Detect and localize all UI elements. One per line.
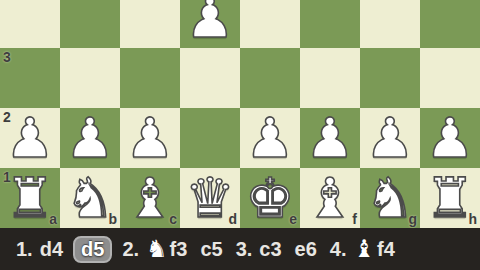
square-f4[interactable]	[300, 0, 360, 48]
move[interactable]: d4	[40, 238, 63, 261]
square-d3[interactable]	[180, 48, 240, 108]
square-h4[interactable]	[420, 0, 480, 48]
white-pawn[interactable]: ♟	[60, 108, 120, 168]
white-pawn[interactable]: ♟	[360, 108, 420, 168]
move-number: 1.	[16, 238, 33, 261]
file-label-a: a	[49, 212, 57, 226]
move-text: d5	[81, 238, 104, 261]
square-e1[interactable]: ♚e	[240, 168, 300, 228]
file-label-g: g	[408, 212, 417, 226]
square-h2[interactable]: ♟	[420, 108, 480, 168]
move-text: e6	[295, 238, 317, 261]
square-c2[interactable]: ♟	[120, 108, 180, 168]
move-number: 3.	[236, 238, 253, 261]
move-text: d4	[40, 238, 63, 261]
move-text: f4	[377, 238, 395, 261]
square-c3[interactable]	[120, 48, 180, 108]
square-e4[interactable]	[240, 0, 300, 48]
square-b3[interactable]	[60, 48, 120, 108]
square-e3[interactable]	[240, 48, 300, 108]
white-pawn[interactable]: ♟	[240, 108, 300, 168]
move[interactable]: e6	[295, 238, 317, 261]
square-h3[interactable]	[420, 48, 480, 108]
move-text: f3	[170, 238, 188, 261]
white-bishop[interactable]: ♝	[300, 168, 360, 228]
file-label-h: h	[468, 212, 477, 226]
move-text: c5	[200, 238, 222, 261]
chess-board: ♟3♟2♟♟♟♟♟♟♜1a♞b♝c♛d♚e♝f♞g♜h	[0, 0, 480, 228]
square-b4[interactable]	[60, 0, 120, 48]
square-d2[interactable]	[180, 108, 240, 168]
square-g3[interactable]	[360, 48, 420, 108]
square-e2[interactable]: ♟	[240, 108, 300, 168]
file-label-f: f	[352, 212, 357, 226]
square-c1[interactable]: ♝c	[120, 168, 180, 228]
square-a3[interactable]: 3	[0, 48, 60, 108]
square-f1[interactable]: ♝f	[300, 168, 360, 228]
square-a1[interactable]: ♜1a	[0, 168, 60, 228]
square-g2[interactable]: ♟	[360, 108, 420, 168]
file-label-b: b	[108, 212, 117, 226]
rank-label-3: 3	[3, 50, 11, 64]
white-pawn[interactable]: ♟	[420, 108, 480, 168]
square-h1[interactable]: ♜h	[420, 168, 480, 228]
white-pawn[interactable]: ♟	[180, 0, 240, 48]
square-a2[interactable]: ♟2	[0, 108, 60, 168]
current-move[interactable]: d5	[73, 236, 112, 263]
rank-label-2: 2	[3, 110, 11, 124]
square-a4[interactable]	[0, 0, 60, 48]
move-number: 2.	[122, 238, 139, 261]
move[interactable]: c5	[200, 238, 222, 261]
move[interactable]: ♝f4	[354, 237, 395, 261]
white-pawn[interactable]: ♟	[300, 108, 360, 168]
square-b2[interactable]: ♟	[60, 108, 120, 168]
square-g4[interactable]	[360, 0, 420, 48]
square-f3[interactable]	[300, 48, 360, 108]
move[interactable]: c3	[259, 238, 281, 261]
square-d1[interactable]: ♛d	[180, 168, 240, 228]
rank-label-1: 1	[3, 170, 11, 184]
move-number: 4.	[330, 238, 347, 261]
square-f2[interactable]: ♟	[300, 108, 360, 168]
move-list-bar: 1.d4d52.♞f3c53.c3e64.♝f4	[0, 228, 480, 270]
file-label-c: c	[169, 212, 177, 226]
file-label-e: e	[289, 212, 297, 226]
move-text: c3	[259, 238, 281, 261]
file-label-d: d	[228, 212, 237, 226]
square-b1[interactable]: ♞b	[60, 168, 120, 228]
square-c4[interactable]	[120, 0, 180, 48]
square-d4[interactable]: ♟	[180, 0, 240, 48]
square-g1[interactable]: ♞g	[360, 168, 420, 228]
white-pawn[interactable]: ♟	[120, 108, 180, 168]
knight-figurine-icon: ♞	[146, 237, 168, 261]
chess-board-viewport: ♟3♟2♟♟♟♟♟♟♜1a♞b♝c♛d♚e♝f♞g♜h	[0, 0, 480, 228]
move[interactable]: ♞f3	[146, 237, 187, 261]
bishop-figurine-icon: ♝	[354, 237, 376, 261]
